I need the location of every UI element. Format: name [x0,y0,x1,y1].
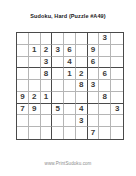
sudoku-cell: 7 [88,127,100,139]
sudoku-cell [111,80,123,92]
sudoku-cell [111,68,123,80]
sudoku-cell [29,127,41,139]
sudoku-cell [111,92,123,104]
sudoku-cell [64,92,76,104]
sudoku-cell: 9 [88,45,100,57]
sudoku-cell [64,115,76,127]
sudoku-cell [29,80,41,92]
sudoku-cell [99,115,111,127]
sudoku-cell [29,115,41,127]
sudoku-cell [17,57,29,69]
sudoku-cell [76,45,88,57]
sudoku-cell [76,92,88,104]
sudoku-cell [29,68,41,80]
sudoku-cell: 6 [88,57,100,69]
sudoku-cell [99,104,111,116]
sudoku-cell [52,115,64,127]
sudoku-cell: 1 [64,68,76,80]
sudoku-cell [52,33,64,45]
sudoku-cell: 1 [29,45,41,57]
sudoku-cell: 6 [99,68,111,80]
sudoku-cell: 3 [52,45,64,57]
sudoku-cell: 8 [76,80,88,92]
sudoku-cell [52,127,64,139]
sudoku-cell [111,33,123,45]
sudoku-cell: 9 [29,104,41,116]
sudoku-cell [76,57,88,69]
sudoku-cell: 8 [99,92,111,104]
sudoku-cell [17,127,29,139]
sudoku-cell [29,33,41,45]
sudoku-cell [17,45,29,57]
sudoku-cell [52,57,64,69]
sudoku-cell [111,115,123,127]
sudoku-cell [17,80,29,92]
sudoku-cell: 3 [99,33,111,45]
sudoku-page: Sudoku, Hard (Puzzle #A49) 3123693468126… [0,0,136,176]
sudoku-cell [88,115,100,127]
sudoku-cell [29,57,41,69]
sudoku-cell [99,57,111,69]
sudoku-cell [52,68,64,80]
sudoku-cell: 2 [41,45,53,57]
sudoku-cell [17,115,29,127]
sudoku-board: 31236934681268392187954337 [16,32,124,140]
sudoku-cell: 2 [76,68,88,80]
sudoku-cell: 3 [41,57,53,69]
sudoku-cell: 3 [111,104,123,116]
sudoku-cell: 3 [76,115,88,127]
sudoku-cell [111,127,123,139]
sudoku-cell: 7 [17,104,29,116]
sudoku-cell: 6 [64,45,76,57]
sudoku-cell: 5 [52,104,64,116]
sudoku-cell [52,80,64,92]
sudoku-cell: 3 [88,80,100,92]
sudoku-cell [111,45,123,57]
sudoku-cell [99,45,111,57]
sudoku-cell [17,68,29,80]
sudoku-cell [64,33,76,45]
sudoku-cell [88,92,100,104]
sudoku-cell [99,80,111,92]
sudoku-cell [88,104,100,116]
footer-url: www.PrintSudoku.com [0,161,136,166]
sudoku-cell [64,127,76,139]
sudoku-cell [41,104,53,116]
sudoku-cell: 2 [29,92,41,104]
sudoku-cell [76,33,88,45]
sudoku-cell [99,127,111,139]
sudoku-cell [111,57,123,69]
sudoku-cell: 4 [76,104,88,116]
sudoku-cell [41,127,53,139]
sudoku-cell [41,115,53,127]
sudoku-cell [17,33,29,45]
sudoku-cell [64,104,76,116]
sudoku-cell: 9 [17,92,29,104]
sudoku-cell [52,92,64,104]
sudoku-cell [76,127,88,139]
puzzle-title: Sudoku, Hard (Puzzle #A49) [0,13,136,19]
sudoku-cell: 4 [64,57,76,69]
sudoku-cell: 8 [41,68,53,80]
sudoku-cell [64,80,76,92]
sudoku-cell [88,68,100,80]
sudoku-cell [41,80,53,92]
sudoku-cell [88,33,100,45]
sudoku-cell: 1 [41,92,53,104]
sudoku-cell [41,33,53,45]
